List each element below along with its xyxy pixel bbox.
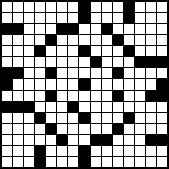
white-square[interactable] (79, 124, 89, 134)
white-square[interactable] (146, 2, 156, 12)
black-square (113, 91, 123, 101)
black-square (35, 113, 45, 123)
white-square[interactable] (124, 24, 134, 34)
white-square[interactable] (102, 79, 112, 89)
white-square[interactable] (113, 46, 123, 56)
white-square[interactable] (91, 113, 101, 123)
white-square[interactable] (135, 68, 145, 78)
white-square[interactable] (146, 79, 156, 89)
black-square (13, 24, 23, 34)
white-square[interactable] (124, 124, 134, 134)
white-square[interactable] (46, 57, 56, 67)
white-square[interactable] (102, 124, 112, 134)
white-square[interactable] (135, 146, 145, 156)
white-square[interactable] (46, 13, 56, 23)
white-square[interactable] (2, 113, 12, 123)
white-square[interactable] (91, 13, 101, 23)
white-square[interactable] (124, 35, 134, 45)
black-square (2, 24, 12, 34)
white-square[interactable] (102, 68, 112, 78)
black-square (13, 68, 23, 78)
black-square (124, 113, 134, 123)
white-square[interactable] (135, 13, 145, 23)
black-square (46, 91, 56, 101)
white-square[interactable] (68, 157, 78, 167)
white-square[interactable] (79, 91, 89, 101)
black-square (2, 68, 12, 78)
white-square[interactable] (24, 13, 34, 23)
white-square[interactable] (157, 68, 167, 78)
white-square[interactable] (24, 57, 34, 67)
white-square[interactable] (2, 35, 12, 45)
white-square[interactable] (57, 124, 67, 134)
white-square[interactable] (2, 46, 12, 56)
white-square[interactable] (68, 68, 78, 78)
white-square[interactable] (24, 46, 34, 56)
white-square[interactable] (79, 35, 89, 45)
black-square (35, 46, 45, 56)
white-square[interactable] (124, 135, 134, 145)
white-square[interactable] (35, 35, 45, 45)
white-square[interactable] (146, 13, 156, 23)
white-square[interactable] (68, 2, 78, 12)
white-square[interactable] (57, 91, 67, 101)
white-square[interactable] (157, 2, 167, 12)
white-square[interactable] (91, 91, 101, 101)
white-square[interactable] (57, 68, 67, 78)
white-square[interactable] (91, 24, 101, 34)
white-square[interactable] (157, 35, 167, 45)
white-square[interactable] (24, 91, 34, 101)
white-square[interactable] (24, 113, 34, 123)
white-square[interactable] (68, 91, 78, 101)
white-square[interactable] (124, 157, 134, 167)
white-square[interactable] (57, 79, 67, 89)
black-square (157, 79, 167, 89)
black-square (2, 102, 12, 112)
white-square[interactable] (2, 91, 12, 101)
black-square (157, 91, 167, 101)
black-square (79, 79, 89, 89)
white-square[interactable] (2, 157, 12, 167)
black-square (79, 146, 89, 156)
white-square[interactable] (35, 13, 45, 23)
white-square[interactable] (91, 46, 101, 56)
white-square[interactable] (124, 79, 134, 89)
white-square[interactable] (157, 124, 167, 134)
white-square[interactable] (124, 57, 134, 67)
black-square (146, 91, 156, 101)
white-square[interactable] (68, 135, 78, 145)
white-square[interactable] (135, 35, 145, 45)
white-square[interactable] (46, 157, 56, 167)
white-square[interactable] (113, 157, 123, 167)
white-square[interactable] (135, 46, 145, 56)
white-square[interactable] (46, 113, 56, 123)
white-square[interactable] (91, 124, 101, 134)
black-square (91, 57, 101, 67)
white-square[interactable] (13, 113, 23, 123)
white-square[interactable] (146, 146, 156, 156)
white-square[interactable] (13, 46, 23, 56)
white-square[interactable] (2, 57, 12, 67)
white-square[interactable] (24, 79, 34, 89)
white-square[interactable] (57, 157, 67, 167)
white-square[interactable] (2, 135, 12, 145)
white-square[interactable] (135, 79, 145, 89)
black-square (68, 102, 78, 112)
white-square[interactable] (13, 35, 23, 45)
white-square[interactable] (91, 35, 101, 45)
white-square[interactable] (35, 124, 45, 134)
white-square[interactable] (24, 24, 34, 34)
black-square (91, 135, 101, 145)
white-square[interactable] (135, 113, 145, 123)
black-square (113, 68, 123, 78)
white-square[interactable] (146, 46, 156, 56)
white-square[interactable] (113, 2, 123, 12)
black-square (57, 135, 67, 145)
white-square[interactable] (157, 13, 167, 23)
white-square[interactable] (57, 46, 67, 56)
white-square[interactable] (157, 113, 167, 123)
white-square[interactable] (35, 24, 45, 34)
white-square[interactable] (79, 102, 89, 112)
white-square[interactable] (24, 124, 34, 134)
white-square[interactable] (113, 135, 123, 145)
white-square[interactable] (79, 68, 89, 78)
black-square (79, 13, 89, 23)
black-square (24, 102, 34, 112)
white-square[interactable] (35, 57, 45, 67)
black-square (46, 68, 56, 78)
black-square (146, 135, 156, 145)
white-square[interactable] (102, 113, 112, 123)
white-square[interactable] (13, 79, 23, 89)
white-square[interactable] (68, 35, 78, 45)
white-square[interactable] (46, 146, 56, 156)
white-square[interactable] (135, 124, 145, 134)
white-square[interactable] (124, 102, 134, 112)
white-square[interactable] (35, 2, 45, 12)
white-square[interactable] (13, 124, 23, 134)
white-square[interactable] (57, 146, 67, 156)
white-square[interactable] (57, 2, 67, 12)
white-square[interactable] (157, 24, 167, 34)
white-square[interactable] (91, 102, 101, 112)
white-square[interactable] (102, 13, 112, 23)
white-square[interactable] (35, 135, 45, 145)
white-square[interactable] (35, 68, 45, 78)
white-square[interactable] (146, 157, 156, 167)
white-square[interactable] (157, 146, 167, 156)
white-square[interactable] (2, 124, 12, 134)
white-square[interactable] (46, 102, 56, 112)
white-square[interactable] (146, 124, 156, 134)
white-square[interactable] (124, 68, 134, 78)
white-square[interactable] (57, 102, 67, 112)
white-square[interactable] (135, 102, 145, 112)
black-square (124, 46, 134, 56)
black-square (102, 24, 112, 34)
white-square[interactable] (13, 13, 23, 23)
white-square[interactable] (57, 35, 67, 45)
black-square (35, 157, 45, 167)
white-square[interactable] (91, 2, 101, 12)
white-square[interactable] (68, 13, 78, 23)
white-square[interactable] (157, 46, 167, 56)
white-square[interactable] (13, 157, 23, 167)
black-square (135, 57, 145, 67)
white-square[interactable] (24, 146, 34, 156)
white-square[interactable] (102, 2, 112, 12)
white-square[interactable] (113, 146, 123, 156)
white-square[interactable] (46, 46, 56, 56)
white-square[interactable] (113, 102, 123, 112)
black-square (157, 135, 167, 145)
white-square[interactable] (46, 2, 56, 12)
white-square[interactable] (57, 57, 67, 67)
white-square[interactable] (157, 157, 167, 167)
white-square[interactable] (102, 35, 112, 45)
black-square (68, 24, 78, 34)
white-square[interactable] (13, 91, 23, 101)
white-square[interactable] (57, 13, 67, 23)
white-square[interactable] (157, 102, 167, 112)
white-square[interactable] (124, 146, 134, 156)
white-square[interactable] (24, 135, 34, 145)
black-square (102, 135, 112, 145)
white-square[interactable] (2, 13, 12, 23)
white-square[interactable] (24, 68, 34, 78)
white-square[interactable] (79, 57, 89, 67)
white-square[interactable] (102, 57, 112, 67)
white-square[interactable] (2, 146, 12, 156)
white-square[interactable] (124, 91, 134, 101)
black-square (46, 35, 56, 45)
white-square[interactable] (113, 24, 123, 34)
black-square (113, 35, 123, 45)
white-square[interactable] (113, 13, 123, 23)
white-square[interactable] (13, 135, 23, 145)
white-square[interactable] (135, 2, 145, 12)
white-square[interactable] (24, 2, 34, 12)
white-square[interactable] (13, 57, 23, 67)
white-square[interactable] (91, 146, 101, 156)
crossword-page (0, 0, 169, 169)
white-square[interactable] (146, 35, 156, 45)
white-square[interactable] (102, 102, 112, 112)
black-square (79, 46, 89, 56)
black-square (79, 157, 89, 167)
white-square[interactable] (68, 79, 78, 89)
black-square (57, 24, 67, 34)
white-square[interactable] (46, 79, 56, 89)
white-square[interactable] (35, 79, 45, 89)
white-square[interactable] (91, 79, 101, 89)
white-square[interactable] (91, 157, 101, 167)
white-square[interactable] (146, 68, 156, 78)
black-square (35, 146, 45, 156)
white-square[interactable] (79, 135, 89, 145)
white-square[interactable] (68, 146, 78, 156)
white-square[interactable] (146, 113, 156, 123)
white-square[interactable] (102, 157, 112, 167)
black-square (46, 124, 56, 134)
white-square[interactable] (102, 146, 112, 156)
black-square (124, 13, 134, 23)
black-square (79, 113, 89, 123)
white-square[interactable] (46, 135, 56, 145)
white-square[interactable] (13, 146, 23, 156)
black-square (124, 2, 134, 12)
white-square[interactable] (113, 113, 123, 123)
white-square[interactable] (2, 2, 12, 12)
white-square[interactable] (24, 157, 34, 167)
white-square[interactable] (135, 91, 145, 101)
black-square (13, 102, 23, 112)
white-square[interactable] (135, 135, 145, 145)
white-square[interactable] (102, 91, 112, 101)
white-square[interactable] (35, 102, 45, 112)
white-square[interactable] (24, 35, 34, 45)
white-square[interactable] (79, 24, 89, 34)
white-square[interactable] (146, 102, 156, 112)
black-square (157, 57, 167, 67)
white-square[interactable] (13, 2, 23, 12)
white-square[interactable] (102, 46, 112, 56)
white-square[interactable] (68, 124, 78, 134)
white-square[interactable] (113, 79, 123, 89)
white-square[interactable] (135, 157, 145, 167)
crossword-grid (0, 0, 169, 169)
white-square[interactable] (35, 91, 45, 101)
white-square[interactable] (146, 24, 156, 34)
white-square[interactable] (135, 24, 145, 34)
black-square (2, 79, 12, 89)
white-square[interactable] (113, 57, 123, 67)
black-square (146, 57, 156, 67)
white-square[interactable] (68, 57, 78, 67)
white-square[interactable] (91, 68, 101, 78)
white-square[interactable] (68, 46, 78, 56)
black-square (113, 124, 123, 134)
white-square[interactable] (46, 24, 56, 34)
black-square (79, 2, 89, 12)
white-square[interactable] (57, 113, 67, 123)
white-square[interactable] (68, 113, 78, 123)
